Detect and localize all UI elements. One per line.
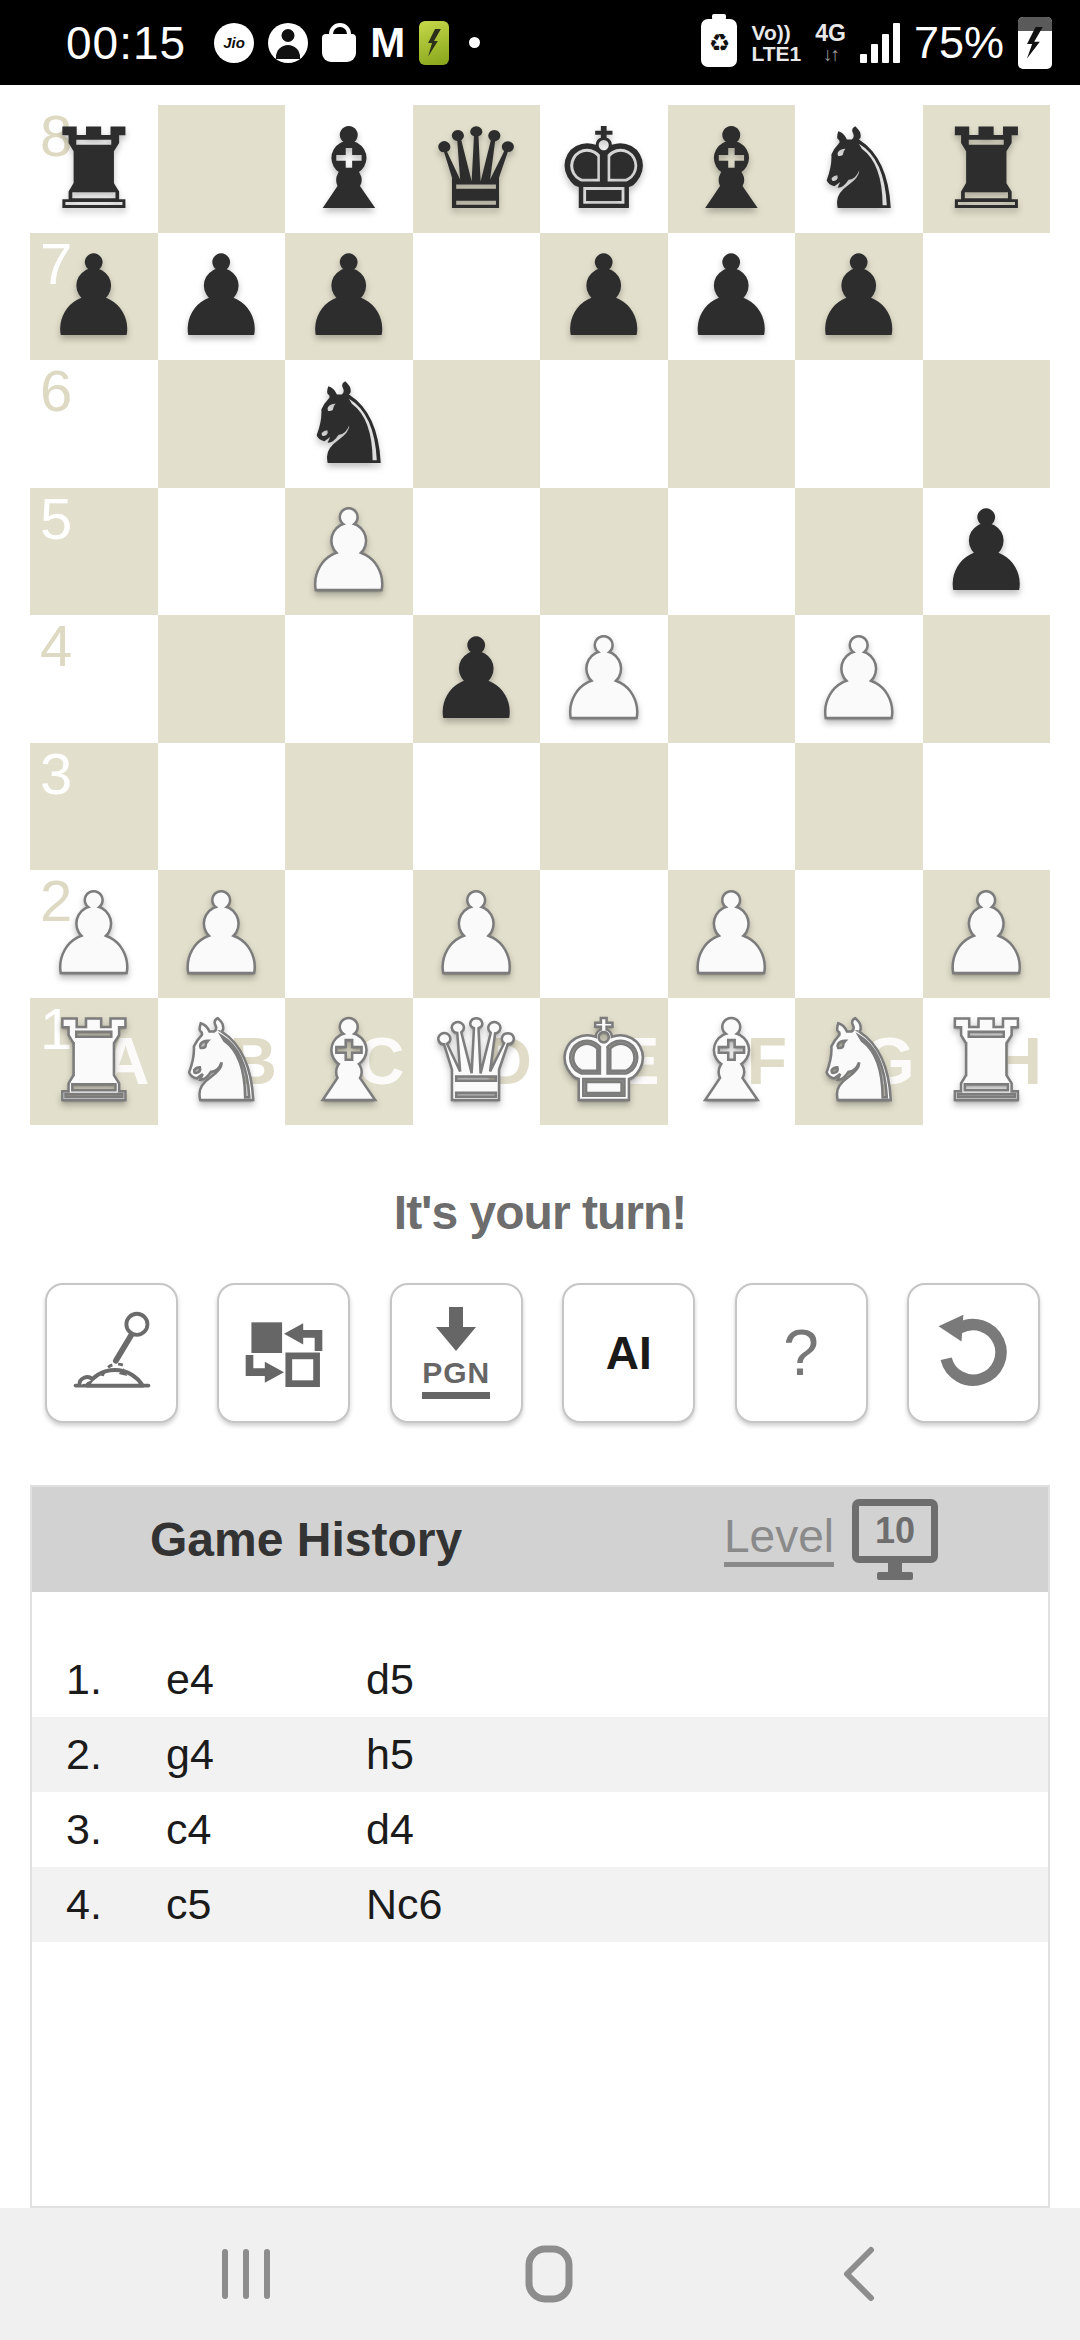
square-g6[interactable] [795, 360, 923, 488]
white-bishop[interactable]: ♝ [681, 1005, 781, 1117]
square-h7[interactable] [923, 233, 1051, 361]
status-bar: 00:15 Jio M ♻ Vo)) LTE1 4G ↓↑ 75% [0, 0, 1080, 85]
square-b3[interactable] [158, 743, 286, 871]
square-d3[interactable] [413, 743, 541, 871]
black-pawn[interactable]: ♟ [554, 240, 654, 352]
square-e8[interactable]: ♚ [540, 105, 668, 233]
question-mark-icon: ? [783, 1316, 819, 1390]
white-rook[interactable]: ♜ [44, 1005, 144, 1117]
square-a4[interactable]: 4 [30, 615, 158, 743]
square-a7[interactable]: 7♟ [30, 233, 158, 361]
white-pawn[interactable]: ♟ [681, 878, 781, 990]
white-pawn[interactable]: ♟ [299, 495, 399, 607]
square-a5[interactable]: 5 [30, 488, 158, 616]
square-d7[interactable] [413, 233, 541, 361]
square-e2[interactable] [540, 870, 668, 998]
square-g2[interactable] [795, 870, 923, 998]
square-d6[interactable] [413, 360, 541, 488]
white-king[interactable]: ♚ [554, 1005, 654, 1117]
white-queen[interactable]: ♛ [426, 1005, 526, 1117]
square-f2[interactable]: ♟ [668, 870, 796, 998]
move-row: 4.c5Nc6 [32, 1867, 1048, 1942]
move-white: c5 [166, 1880, 366, 1929]
game-history-panel: Game History Level 10 1.e4d52.g4h53.c4d4… [30, 1485, 1050, 2208]
help-button[interactable]: ? [735, 1283, 868, 1423]
square-b4[interactable] [158, 615, 286, 743]
jio-app-icon: Jio [214, 23, 254, 63]
undo-button[interactable] [907, 1283, 1040, 1423]
square-e4[interactable]: ♟ [540, 615, 668, 743]
download-pgn-button[interactable]: PGN [390, 1283, 523, 1423]
history-rows: 1.e4d52.g4h53.c4d44.c5Nc6 [32, 1592, 1048, 1942]
battery-app-icon [419, 21, 449, 65]
charging-battery-icon [1018, 17, 1052, 69]
square-f3[interactable] [668, 743, 796, 871]
square-e5[interactable] [540, 488, 668, 616]
square-f5[interactable] [668, 488, 796, 616]
black-pawn[interactable]: ♟ [936, 495, 1036, 607]
square-d1[interactable]: D♛ [413, 998, 541, 1126]
rank-label: 6 [40, 362, 72, 420]
m-app-icon: M [370, 22, 405, 64]
move-white: e4 [166, 1655, 366, 1704]
black-pawn[interactable]: ♟ [44, 240, 144, 352]
white-bishop[interactable]: ♝ [299, 1005, 399, 1117]
game-history-header: Game History Level 10 [32, 1487, 1048, 1592]
signal-strength-icon [860, 23, 900, 63]
square-h6[interactable] [923, 360, 1051, 488]
ai-label: AI [606, 1326, 652, 1380]
white-pawn[interactable]: ♟ [44, 878, 144, 990]
move-white: c4 [166, 1805, 366, 1854]
black-pawn[interactable]: ♟ [171, 240, 271, 352]
rank-label: 3 [40, 745, 72, 803]
square-b5[interactable] [158, 488, 286, 616]
recent-apps-icon[interactable] [220, 2247, 272, 2301]
square-f7[interactable]: ♟ [668, 233, 796, 361]
move-row: 2.g4h5 [32, 1717, 1048, 1792]
square-h3[interactable] [923, 743, 1051, 871]
square-d2[interactable]: ♟ [413, 870, 541, 998]
level-link[interactable]: Level [724, 1512, 834, 1567]
download-arrow-icon [428, 1307, 484, 1353]
square-g3[interactable] [795, 743, 923, 871]
white-pawn[interactable]: ♟ [171, 878, 271, 990]
move-no: 3. [66, 1805, 166, 1854]
home-icon[interactable] [525, 2245, 573, 2303]
move-white: g4 [166, 1730, 366, 1779]
square-c2[interactable] [285, 870, 413, 998]
white-pawn[interactable]: ♟ [809, 623, 909, 735]
move-black: h5 [366, 1730, 1048, 1779]
white-knight[interactable]: ♞ [809, 1005, 909, 1117]
battery-percent: 75% [914, 17, 1004, 69]
move-row: 3.c4d4 [32, 1792, 1048, 1867]
flip-board-icon [238, 1307, 330, 1399]
white-rook[interactable]: ♜ [936, 1005, 1036, 1117]
pgn-label: PGN [422, 1357, 490, 1399]
square-b7[interactable]: ♟ [158, 233, 286, 361]
square-a1[interactable]: 1A♜ [30, 998, 158, 1126]
square-a3[interactable]: 3 [30, 743, 158, 871]
square-h2[interactable]: ♟ [923, 870, 1051, 998]
square-b1[interactable]: B♞ [158, 998, 286, 1126]
back-icon[interactable] [841, 2246, 875, 2302]
square-c5[interactable]: ♟ [285, 488, 413, 616]
level-value: 10 [875, 1510, 915, 1552]
ai-button[interactable]: AI [562, 1283, 695, 1423]
square-a2[interactable]: 2♟ [30, 870, 158, 998]
move-no: 4. [66, 1880, 166, 1929]
undo-icon [927, 1307, 1019, 1399]
lever-icon [66, 1307, 158, 1399]
square-d8[interactable]: ♛ [413, 105, 541, 233]
move-black: d4 [366, 1805, 1048, 1854]
square-c1[interactable]: C♝ [285, 998, 413, 1126]
square-d4[interactable]: ♟ [413, 615, 541, 743]
square-c3[interactable] [285, 743, 413, 871]
square-b8[interactable] [158, 105, 286, 233]
square-c7[interactable]: ♟ [285, 233, 413, 361]
square-h4[interactable] [923, 615, 1051, 743]
rank-label: 4 [40, 617, 72, 675]
square-g5[interactable] [795, 488, 923, 616]
move-no: 1. [66, 1655, 166, 1704]
square-e1[interactable]: E♚ [540, 998, 668, 1126]
black-pawn[interactable]: ♟ [681, 240, 781, 352]
square-f4[interactable] [668, 615, 796, 743]
move-no: 2. [66, 1730, 166, 1779]
black-knight[interactable]: ♞ [809, 113, 909, 225]
square-e7[interactable]: ♟ [540, 233, 668, 361]
black-rook[interactable]: ♜ [44, 113, 144, 225]
black-pawn[interactable]: ♟ [299, 240, 399, 352]
square-b2[interactable]: ♟ [158, 870, 286, 998]
contacts-person-icon [268, 23, 308, 63]
lever-button[interactable] [45, 1283, 178, 1423]
shopping-bag-icon [322, 34, 356, 62]
square-f1[interactable]: F♝ [668, 998, 796, 1126]
square-a8[interactable]: 8♜ [30, 105, 158, 233]
black-pawn[interactable]: ♟ [426, 623, 526, 735]
white-pawn[interactable]: ♟ [426, 878, 526, 990]
square-f8[interactable]: ♝ [668, 105, 796, 233]
black-pawn[interactable]: ♟ [809, 240, 909, 352]
square-e6[interactable] [540, 360, 668, 488]
move-row: 1.e4d5 [32, 1642, 1048, 1717]
black-king[interactable]: ♚ [554, 113, 654, 225]
square-c8[interactable]: ♝ [285, 105, 413, 233]
white-pawn[interactable]: ♟ [936, 878, 1036, 990]
square-d5[interactable] [413, 488, 541, 616]
clock-time: 00:15 [66, 16, 186, 70]
black-knight[interactable]: ♞ [299, 368, 399, 480]
square-g4[interactable]: ♟ [795, 615, 923, 743]
move-black: d5 [366, 1655, 1048, 1704]
notification-dot-icon [469, 37, 480, 48]
square-c4[interactable] [285, 615, 413, 743]
game-history-title: Game History [32, 1512, 462, 1567]
black-rook[interactable]: ♜ [936, 113, 1036, 225]
network-4g-indicator: 4G ↓↑ [815, 22, 846, 64]
black-bishop[interactable]: ♝ [681, 113, 781, 225]
square-a6[interactable]: 6 [30, 360, 158, 488]
battery-saver-icon: ♻ [701, 19, 737, 67]
turn-banner: It's your turn! [0, 1185, 1080, 1240]
square-g7[interactable]: ♟ [795, 233, 923, 361]
volte-indicator: Vo)) LTE1 [751, 22, 801, 64]
square-f6[interactable] [668, 360, 796, 488]
toolbar: PGN AI ? [45, 1283, 1040, 1423]
square-g8[interactable]: ♞ [795, 105, 923, 233]
square-e3[interactable] [540, 743, 668, 871]
flip-board-button[interactable] [217, 1283, 350, 1423]
square-b6[interactable] [158, 360, 286, 488]
chess-board[interactable]: 8♜♝♛♚♝♞♜7♟♟♟♟♟♟6♞5♟♟4♟♟♟32♟♟♟♟♟1A♜B♞C♝D♛… [30, 105, 1050, 1125]
rank-label: 5 [40, 490, 72, 548]
square-c6[interactable]: ♞ [285, 360, 413, 488]
square-g1[interactable]: G♞ [795, 998, 923, 1126]
level-monitor-icon[interactable]: 10 [852, 1499, 938, 1580]
square-h8[interactable]: ♜ [923, 105, 1051, 233]
white-pawn[interactable]: ♟ [554, 623, 654, 735]
black-bishop[interactable]: ♝ [299, 113, 399, 225]
move-black: Nc6 [366, 1880, 1048, 1929]
white-knight[interactable]: ♞ [171, 1005, 271, 1117]
square-h5[interactable]: ♟ [923, 488, 1051, 616]
android-nav-bar [0, 2208, 1080, 2340]
square-h1[interactable]: H♜ [923, 998, 1051, 1126]
black-queen[interactable]: ♛ [426, 113, 526, 225]
